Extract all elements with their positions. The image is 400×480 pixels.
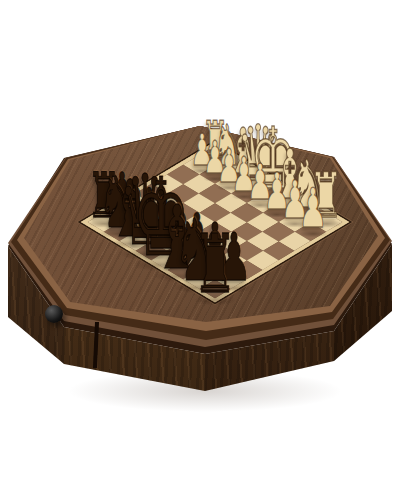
product-photo-stage: ♜♞♝♛♚♝♞♜♟♟♟♟♟♟♟♟♟♟♟♟♟♟♟♟♜♞♝♛♚♝♞♜: [0, 0, 400, 480]
piece-white-pawn[interactable]: ♟: [299, 182, 328, 237]
piece-black-rook[interactable]: ♜: [193, 223, 237, 304]
pieces-layer: ♜♞♝♛♚♝♞♜♟♟♟♟♟♟♟♟♟♟♟♟♟♟♟♟♜♞♝♛♚♝♞♜: [0, 0, 400, 480]
